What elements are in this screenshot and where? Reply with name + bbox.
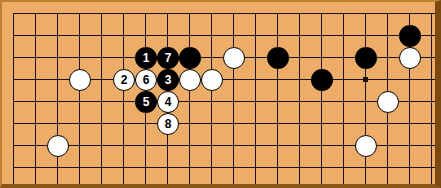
intersection: [25, 135, 47, 157]
intersection: [179, 25, 201, 47]
stone-white: [179, 69, 201, 91]
intersection: [113, 113, 135, 135]
intersection: 7: [157, 47, 179, 69]
stone-black-move-1: 1: [135, 47, 157, 69]
intersection: [245, 3, 267, 25]
intersection: [3, 47, 25, 69]
intersection: [113, 47, 135, 69]
intersection: [399, 69, 421, 91]
stone-white-move-8: 8: [157, 113, 179, 135]
intersection: [157, 25, 179, 47]
move-number-label: 5: [143, 96, 150, 108]
intersection: [135, 3, 157, 25]
intersection: [91, 47, 113, 69]
intersection: [355, 3, 377, 25]
intersection: [355, 69, 377, 91]
intersection: [47, 135, 69, 157]
move-number-label: 6: [143, 74, 150, 86]
intersection: [267, 69, 289, 91]
intersection: [421, 91, 441, 113]
intersection: [311, 3, 333, 25]
intersection: 5: [135, 91, 157, 113]
intersection: [223, 69, 245, 91]
intersection: [25, 3, 47, 25]
intersection: [47, 157, 69, 179]
intersection: 1: [135, 47, 157, 69]
intersection: [157, 3, 179, 25]
intersection: [399, 113, 421, 135]
intersection: [377, 113, 399, 135]
intersection: [69, 25, 91, 47]
stone-white: [69, 69, 91, 91]
intersection: [47, 25, 69, 47]
intersection: [399, 91, 421, 113]
intersection: [421, 157, 441, 179]
stone-black-move-3: 3: [157, 69, 179, 91]
intersection: [333, 3, 355, 25]
intersection: [223, 135, 245, 157]
intersection: [399, 135, 421, 157]
stone-white: [47, 135, 69, 157]
move-number-label: 8: [165, 118, 172, 130]
intersection: [333, 69, 355, 91]
intersection: [3, 69, 25, 91]
stone-black: [179, 47, 201, 69]
intersection: [223, 25, 245, 47]
intersection: [355, 157, 377, 179]
intersection: [69, 47, 91, 69]
intersection: [377, 25, 399, 47]
intersection: 8: [157, 113, 179, 135]
intersection: [3, 135, 25, 157]
intersection: 3: [157, 69, 179, 91]
grid-cutoff-strip: [3, 179, 441, 185]
intersection: [179, 69, 201, 91]
intersection: [399, 47, 421, 69]
intersection: [3, 91, 25, 113]
intersection: 2: [113, 69, 135, 91]
intersection: [267, 135, 289, 157]
intersection: [135, 113, 157, 135]
intersection: [421, 3, 441, 25]
stone-black: [355, 47, 377, 69]
intersection: [69, 3, 91, 25]
intersection: [91, 113, 113, 135]
intersection: [355, 135, 377, 157]
intersection: [377, 91, 399, 113]
intersection: [47, 47, 69, 69]
intersection: [333, 91, 355, 113]
intersection: [179, 47, 201, 69]
intersection: [267, 157, 289, 179]
intersection: [311, 47, 333, 69]
intersection: [421, 47, 441, 69]
intersection: [113, 25, 135, 47]
intersection: [25, 113, 47, 135]
intersection: [223, 157, 245, 179]
intersection: [113, 135, 135, 157]
intersection: [377, 3, 399, 25]
intersection: [421, 135, 441, 157]
intersection: [179, 157, 201, 179]
intersection: [245, 135, 267, 157]
intersection: [47, 69, 69, 91]
intersection: [223, 3, 245, 25]
intersection: [201, 25, 223, 47]
intersection: [399, 3, 421, 25]
stone-white-move-2: 2: [113, 69, 135, 91]
intersection: [289, 157, 311, 179]
stone-white: [399, 47, 421, 69]
intersection: [355, 113, 377, 135]
stone-black-move-5: 5: [135, 91, 157, 113]
stone-white: [377, 91, 399, 113]
intersection: [25, 157, 47, 179]
intersection: [355, 47, 377, 69]
intersection: [179, 3, 201, 25]
stone-white: [355, 135, 377, 157]
intersection: [179, 91, 201, 113]
stone-black: [399, 25, 421, 47]
intersection: [91, 135, 113, 157]
intersection: [91, 157, 113, 179]
move-number-label: 2: [121, 74, 128, 86]
intersection: [91, 25, 113, 47]
intersection: [25, 47, 47, 69]
move-number-label: 7: [165, 52, 172, 64]
stone-black: [311, 69, 333, 91]
intersection: [311, 91, 333, 113]
intersection: 4: [157, 91, 179, 113]
intersection: [245, 157, 267, 179]
intersection: [201, 135, 223, 157]
intersection: [355, 25, 377, 47]
intersection: [289, 113, 311, 135]
intersection: [3, 157, 25, 179]
intersection: [91, 91, 113, 113]
intersection: [267, 91, 289, 113]
intersection: [377, 69, 399, 91]
intersection: [47, 91, 69, 113]
intersection: [135, 135, 157, 157]
intersection: [201, 113, 223, 135]
intersection: [311, 69, 333, 91]
intersection: [245, 113, 267, 135]
intersection: [289, 135, 311, 157]
intersection: [245, 91, 267, 113]
intersection: [91, 3, 113, 25]
intersection: [69, 135, 91, 157]
intersection: [421, 25, 441, 47]
intersection: [267, 47, 289, 69]
intersection: [311, 135, 333, 157]
intersection: [201, 47, 223, 69]
intersection: [223, 91, 245, 113]
intersection: [113, 157, 135, 179]
intersection: [223, 47, 245, 69]
move-number-label: 3: [165, 74, 172, 86]
intersection: [355, 91, 377, 113]
intersection: [113, 3, 135, 25]
intersection: 6: [135, 69, 157, 91]
intersection: [157, 157, 179, 179]
intersection: [289, 3, 311, 25]
intersection: [201, 3, 223, 25]
stone-white-move-6: 6: [135, 69, 157, 91]
stone-white: [223, 47, 245, 69]
intersection: [69, 113, 91, 135]
intersection: [399, 157, 421, 179]
intersection: [289, 47, 311, 69]
intersection: [201, 91, 223, 113]
intersection: [421, 113, 441, 135]
intersection: [157, 135, 179, 157]
intersection: [179, 135, 201, 157]
intersection: [3, 3, 25, 25]
intersection: [377, 157, 399, 179]
intersection: [245, 25, 267, 47]
stone-white-move-4: 4: [157, 91, 179, 113]
intersection: [47, 3, 69, 25]
move-number-label: 4: [165, 96, 172, 108]
intersection: [25, 69, 47, 91]
star-point-marker: [363, 77, 368, 82]
intersection: [311, 25, 333, 47]
intersection: [25, 91, 47, 113]
intersection: [267, 113, 289, 135]
intersection: [311, 113, 333, 135]
move-number-label: 1: [143, 52, 150, 64]
intersection: [201, 157, 223, 179]
intersection: [47, 113, 69, 135]
go-board-diagram: 17263548: [0, 0, 441, 188]
intersection: [333, 157, 355, 179]
intersection: [113, 91, 135, 113]
stone-black: [267, 47, 289, 69]
intersection: [333, 25, 355, 47]
intersection: [289, 91, 311, 113]
intersection: [267, 25, 289, 47]
intersection: [421, 69, 441, 91]
intersection: [223, 113, 245, 135]
intersection: [69, 69, 91, 91]
intersection: [3, 25, 25, 47]
go-grid: 17263548: [3, 3, 441, 179]
intersection: [289, 69, 311, 91]
intersection: [377, 135, 399, 157]
intersection: [333, 113, 355, 135]
intersection: [267, 3, 289, 25]
intersection: [3, 113, 25, 135]
intersection: [289, 25, 311, 47]
intersection: [135, 25, 157, 47]
intersection: [69, 91, 91, 113]
intersection: [179, 113, 201, 135]
intersection: [399, 25, 421, 47]
intersection: [25, 25, 47, 47]
intersection: [245, 47, 267, 69]
stone-black-move-7: 7: [157, 47, 179, 69]
intersection: [377, 47, 399, 69]
intersection: [135, 157, 157, 179]
intersection: [333, 135, 355, 157]
intersection: [333, 47, 355, 69]
intersection: [245, 69, 267, 91]
stone-white: [201, 69, 223, 91]
intersection: [69, 157, 91, 179]
intersection: [201, 69, 223, 91]
intersection: [311, 157, 333, 179]
intersection: [91, 69, 113, 91]
